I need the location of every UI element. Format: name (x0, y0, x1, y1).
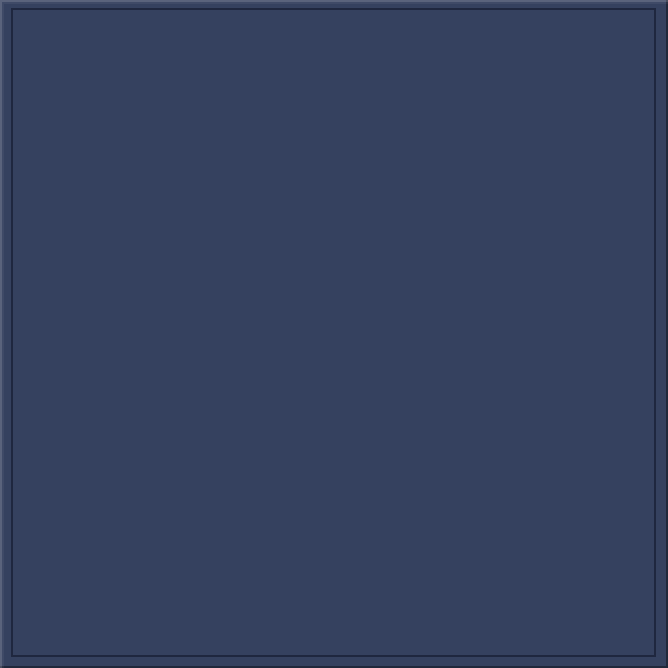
board-frame (0, 0, 668, 668)
chess-board (13, 10, 654, 655)
